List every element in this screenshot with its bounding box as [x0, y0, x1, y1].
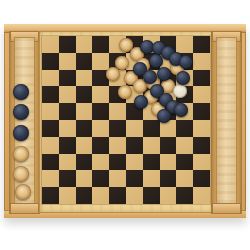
checker-piece-light[interactable]: ⛀: [13, 166, 29, 182]
board-square-r7c9[interactable]: [176, 137, 193, 154]
checker-piece-dark[interactable]: ⛂: [13, 125, 29, 141]
board-square-r2c3[interactable]: [76, 53, 93, 70]
board-square-r10c10[interactable]: [193, 187, 210, 204]
board-square-r10c9[interactable]: [176, 187, 193, 204]
board-square-r8c3[interactable]: [76, 154, 93, 171]
left-tray-bottom-cap: [10, 203, 39, 214]
board-square-r5c1[interactable]: [42, 103, 59, 120]
right-tray-bottom-cap: [212, 203, 241, 214]
board-square-r9c7[interactable]: [143, 170, 160, 187]
board-square-r10c7[interactable]: [143, 187, 160, 204]
board-square-r1c1[interactable]: [42, 36, 59, 53]
right-piece-tray: [211, 31, 242, 214]
checker-piece-dark[interactable]: ⛂: [157, 67, 171, 81]
board-square-r7c5[interactable]: [109, 137, 126, 154]
board-square-r7c10[interactable]: [193, 137, 210, 154]
board-square-r2c2[interactable]: [59, 53, 76, 70]
board-square-r6c2[interactable]: [59, 120, 76, 137]
board-square-r8c5[interactable]: [109, 154, 126, 171]
checker-piece-dark[interactable]: ⛂: [13, 84, 29, 100]
board-square-r7c2[interactable]: [59, 137, 76, 154]
board-square-r8c7[interactable]: [143, 154, 160, 171]
board-square-r4c1[interactable]: [42, 86, 59, 103]
board-square-r9c10[interactable]: [193, 170, 210, 187]
board-square-r1c10[interactable]: [193, 36, 210, 53]
board-square-r5c4[interactable]: [92, 103, 109, 120]
board-square-r3c10[interactable]: [193, 70, 210, 87]
board-square-r1c2[interactable]: [59, 36, 76, 53]
checker-piece-light[interactable]: ⛀: [106, 67, 120, 81]
board-square-r9c5[interactable]: [109, 170, 126, 187]
board-square-r6c4[interactable]: [92, 120, 109, 137]
board-square-r9c6[interactable]: [126, 170, 143, 187]
board-square-r8c10[interactable]: [193, 154, 210, 171]
photo-background: ⛀⛀⛀⛀⛀⛀⛀⛀⛀⛀⛀⛀⛀⛀⛂⛂⛂⛂⛂⛂⛂⛂⛂⛂⛂⛂⛂⛂⛂⛂⛂⛂⛂⛀⛀⛀: [0, 0, 250, 250]
board-square-r7c7[interactable]: [143, 137, 160, 154]
board-square-r8c6[interactable]: [126, 154, 143, 171]
board-square-r10c4[interactable]: [92, 187, 109, 204]
checker-piece-dark[interactable]: ⛂: [176, 71, 190, 85]
board-square-r8c2[interactable]: [59, 154, 76, 171]
board-square-r8c4[interactable]: [92, 154, 109, 171]
checker-piece-light[interactable]: ⛀: [118, 85, 132, 99]
board-square-r9c3[interactable]: [76, 170, 93, 187]
board-square-r6c1[interactable]: [42, 120, 59, 137]
board-square-r7c3[interactable]: [76, 137, 93, 154]
board-square-r9c9[interactable]: [176, 170, 193, 187]
board-square-r6c3[interactable]: [76, 120, 93, 137]
checker-piece-dark[interactable]: ⛂: [174, 103, 188, 117]
board-square-r7c8[interactable]: [160, 137, 177, 154]
board-square-r4c10[interactable]: [193, 86, 210, 103]
board-square-r10c1[interactable]: [42, 187, 59, 204]
checker-piece-dark[interactable]: ⛂: [157, 109, 171, 123]
board-square-r2c10[interactable]: [193, 53, 210, 70]
board-square-r4c2[interactable]: [59, 86, 76, 103]
checker-piece-light[interactable]: ⛀: [15, 184, 31, 200]
board-square-r1c4[interactable]: [92, 36, 109, 53]
board-square-r9c8[interactable]: [160, 170, 177, 187]
checker-piece-dark[interactable]: ⛂: [134, 95, 148, 109]
left-tray-channel: [14, 37, 35, 208]
board-square-r10c3[interactable]: [76, 187, 93, 204]
board-square-r7c4[interactable]: [92, 137, 109, 154]
board-square-r8c8[interactable]: [160, 154, 177, 171]
board-square-r4c3[interactable]: [76, 86, 93, 103]
right-tray-channel: [216, 37, 237, 208]
board-square-r10c5[interactable]: [109, 187, 126, 204]
board-square-r1c3[interactable]: [76, 36, 93, 53]
board-square-r9c4[interactable]: [92, 170, 109, 187]
board-square-r3c1[interactable]: [42, 70, 59, 87]
board-square-r6c9[interactable]: [176, 120, 193, 137]
board-square-r10c6[interactable]: [126, 187, 143, 204]
board-square-r5c2[interactable]: [59, 103, 76, 120]
board-square-r9c2[interactable]: [59, 170, 76, 187]
wooden-game-box: [4, 24, 246, 218]
board-square-r7c1[interactable]: [42, 137, 59, 154]
board-square-r6c7[interactable]: [143, 120, 160, 137]
board-square-r5c3[interactable]: [76, 103, 93, 120]
board-square-r8c9[interactable]: [176, 154, 193, 171]
board-square-r6c6[interactable]: [126, 120, 143, 137]
checker-piece-dark[interactable]: ⛂: [179, 55, 193, 69]
board-square-r9c1[interactable]: [42, 170, 59, 187]
board-square-r6c10[interactable]: [193, 120, 210, 137]
board-square-r8c1[interactable]: [42, 154, 59, 171]
board-square-r2c1[interactable]: [42, 53, 59, 70]
board-square-r5c5[interactable]: [109, 103, 126, 120]
checker-piece-light[interactable]: ⛀: [13, 146, 29, 162]
board-square-r5c10[interactable]: [193, 103, 210, 120]
board-square-r7c6[interactable]: [126, 137, 143, 154]
checker-piece-dark[interactable]: ⛂: [13, 104, 29, 120]
checker-piece-pale[interactable]: ⛀: [173, 84, 187, 98]
board-square-r4c4[interactable]: [92, 86, 109, 103]
checker-piece-dark[interactable]: ⛂: [149, 54, 163, 68]
board-square-r1c9[interactable]: [176, 36, 193, 53]
board-square-r2c4[interactable]: [92, 53, 109, 70]
board-square-r3c2[interactable]: [59, 70, 76, 87]
checker-piece-dark[interactable]: ⛂: [143, 70, 157, 84]
board-square-r6c5[interactable]: [109, 120, 126, 137]
board-square-r3c3[interactable]: [76, 70, 93, 87]
board-square-r10c2[interactable]: [59, 187, 76, 204]
board-square-r10c8[interactable]: [160, 187, 177, 204]
